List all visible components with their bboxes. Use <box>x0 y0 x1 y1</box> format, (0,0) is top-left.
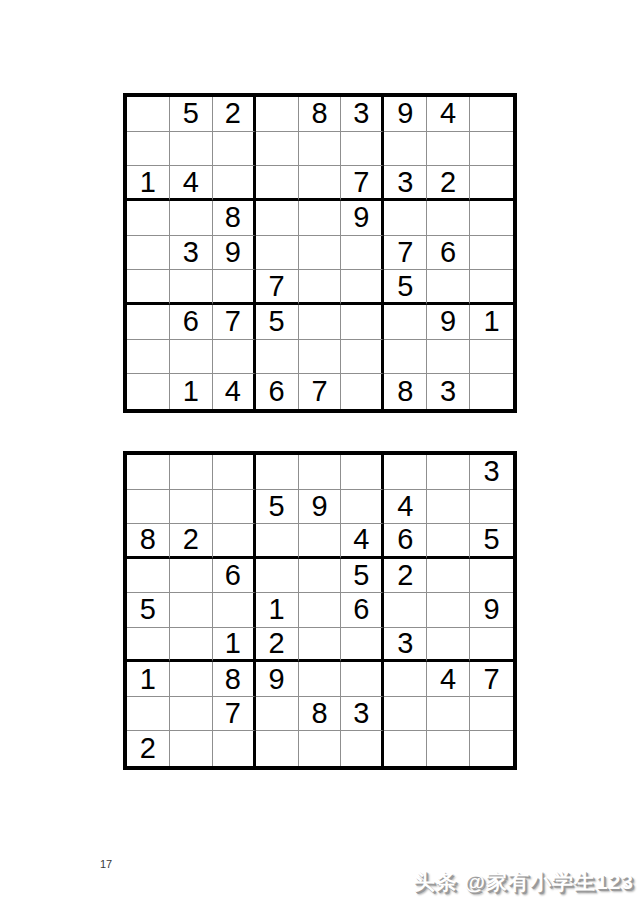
cell-r9c7 <box>384 731 427 766</box>
cell-r2c7 <box>384 132 427 167</box>
cell-r5c5 <box>299 236 342 271</box>
cell-r5c6: 6 <box>341 593 384 628</box>
cell-r1c6: 3 <box>341 97 384 132</box>
cell-r3c1: 8 <box>127 524 170 559</box>
cell-r8c7 <box>384 697 427 732</box>
cell-r5c4: 1 <box>256 593 299 628</box>
cell-r2c1 <box>127 490 170 525</box>
cell-r9c7: 8 <box>384 374 427 409</box>
cell-r4c4 <box>256 559 299 594</box>
cell-r7c2: 6 <box>170 305 213 340</box>
cell-r9c5: 7 <box>299 374 342 409</box>
cell-r8c3 <box>213 340 256 375</box>
cell-r7c5 <box>299 662 342 697</box>
cell-r7c4: 5 <box>256 305 299 340</box>
cell-r2c3 <box>213 132 256 167</box>
cell-r5c9 <box>470 236 513 271</box>
cell-r9c3: 4 <box>213 374 256 409</box>
cell-r1c3: 2 <box>213 97 256 132</box>
cell-r6c8 <box>427 628 470 663</box>
cell-r8c1 <box>127 697 170 732</box>
cell-r2c9 <box>470 490 513 525</box>
cell-r1c1 <box>127 455 170 490</box>
cell-r1c2 <box>170 455 213 490</box>
cell-r4c7 <box>384 201 427 236</box>
cell-r5c1 <box>127 236 170 271</box>
cell-r2c3 <box>213 490 256 525</box>
cell-r7c9: 7 <box>470 662 513 697</box>
cell-r8c3: 7 <box>213 697 256 732</box>
cell-r4c8 <box>427 559 470 594</box>
cell-r8c1 <box>127 340 170 375</box>
cell-r2c2 <box>170 132 213 167</box>
cell-r8c5: 8 <box>299 697 342 732</box>
cell-r8c6: 3 <box>341 697 384 732</box>
sudoku-grid-bottom: 3594824656525169123189477832 <box>123 451 517 770</box>
cell-r2c1 <box>127 132 170 167</box>
cell-r8c5 <box>299 340 342 375</box>
cell-r9c5 <box>299 731 342 766</box>
cell-r9c2 <box>170 731 213 766</box>
cell-r3c6: 4 <box>341 524 384 559</box>
cell-r4c1 <box>127 201 170 236</box>
cell-r2c7: 4 <box>384 490 427 525</box>
cell-r6c1 <box>127 270 170 305</box>
cell-r3c5 <box>299 166 342 201</box>
cell-r7c4: 9 <box>256 662 299 697</box>
cell-r3c4 <box>256 524 299 559</box>
cell-r4c2 <box>170 201 213 236</box>
cell-r3c2: 2 <box>170 524 213 559</box>
cell-r1c2: 5 <box>170 97 213 132</box>
cell-r9c8: 3 <box>427 374 470 409</box>
cell-r4c9 <box>470 559 513 594</box>
cell-r1c9 <box>470 97 513 132</box>
cell-r2c8 <box>427 132 470 167</box>
page-number: 17 <box>100 858 112 870</box>
cell-r8c8 <box>427 340 470 375</box>
sudoku-grid-top: 528394147328939767567591146783 <box>123 93 517 413</box>
cell-r2c4: 5 <box>256 490 299 525</box>
cell-r8c9 <box>470 697 513 732</box>
cell-r4c3: 6 <box>213 559 256 594</box>
cell-r2c4 <box>256 132 299 167</box>
cell-r8c4 <box>256 340 299 375</box>
cell-r5c1: 5 <box>127 593 170 628</box>
cell-r6c7: 5 <box>384 270 427 305</box>
cell-r7c8: 9 <box>427 305 470 340</box>
cell-r6c6 <box>341 270 384 305</box>
cell-r2c6 <box>341 132 384 167</box>
cell-r4c8 <box>427 201 470 236</box>
cell-r5c7 <box>384 593 427 628</box>
cell-r4c4 <box>256 201 299 236</box>
cell-r5c8: 6 <box>427 236 470 271</box>
cell-r8c8 <box>427 697 470 732</box>
cell-r5c2 <box>170 593 213 628</box>
cell-r1c1 <box>127 97 170 132</box>
cell-r2c5: 9 <box>299 490 342 525</box>
cell-r7c7 <box>384 662 427 697</box>
cell-r5c3: 9 <box>213 236 256 271</box>
cell-r7c8: 4 <box>427 662 470 697</box>
cell-r7c2 <box>170 662 213 697</box>
cell-r5c7: 7 <box>384 236 427 271</box>
cell-r2c8 <box>427 490 470 525</box>
cell-r5c8 <box>427 593 470 628</box>
cell-r2c2 <box>170 490 213 525</box>
cell-r6c5 <box>299 628 342 663</box>
cell-r7c6 <box>341 305 384 340</box>
cell-r8c2 <box>170 697 213 732</box>
cell-r9c8 <box>427 731 470 766</box>
cell-r4c1 <box>127 559 170 594</box>
cell-r6c4: 7 <box>256 270 299 305</box>
cell-r2c6 <box>341 490 384 525</box>
cell-r7c7 <box>384 305 427 340</box>
cell-r6c2 <box>170 270 213 305</box>
cell-r4c5 <box>299 201 342 236</box>
cell-r1c3 <box>213 455 256 490</box>
cell-r7c6 <box>341 662 384 697</box>
cell-r7c1 <box>127 305 170 340</box>
cell-r3c9: 5 <box>470 524 513 559</box>
cell-r3c4 <box>256 166 299 201</box>
cell-r9c4: 6 <box>256 374 299 409</box>
cell-r4c5 <box>299 559 342 594</box>
cell-r3c8: 2 <box>427 166 470 201</box>
cell-r9c3 <box>213 731 256 766</box>
cell-r5c3 <box>213 593 256 628</box>
cell-r1c5 <box>299 455 342 490</box>
cell-r5c4 <box>256 236 299 271</box>
cell-r3c5 <box>299 524 342 559</box>
cell-r6c3: 1 <box>213 628 256 663</box>
cell-r6c1 <box>127 628 170 663</box>
cell-r5c9: 9 <box>470 593 513 628</box>
cell-r9c1: 2 <box>127 731 170 766</box>
watermark: 头条 @家有小学生123 <box>414 868 634 896</box>
worksheet-page: 528394147328939767567591146783 359482465… <box>0 0 640 906</box>
cell-r9c1 <box>127 374 170 409</box>
cell-r1c4 <box>256 455 299 490</box>
cell-r8c6 <box>341 340 384 375</box>
cell-r6c7: 3 <box>384 628 427 663</box>
cell-r9c6 <box>341 731 384 766</box>
cell-r4c6: 5 <box>341 559 384 594</box>
cell-r1c7 <box>384 455 427 490</box>
cell-r9c9 <box>470 731 513 766</box>
cell-r6c8 <box>427 270 470 305</box>
cell-r6c4: 2 <box>256 628 299 663</box>
cell-r1c9: 3 <box>470 455 513 490</box>
cell-r3c1: 1 <box>127 166 170 201</box>
cell-r9c2: 1 <box>170 374 213 409</box>
cell-r1c6 <box>341 455 384 490</box>
cell-r9c4 <box>256 731 299 766</box>
cell-r8c9 <box>470 340 513 375</box>
cell-r6c2 <box>170 628 213 663</box>
cell-r3c8 <box>427 524 470 559</box>
cell-r3c3 <box>213 524 256 559</box>
cell-r3c3 <box>213 166 256 201</box>
cell-r4c9 <box>470 201 513 236</box>
cell-r1c4 <box>256 97 299 132</box>
cell-r3c7: 3 <box>384 166 427 201</box>
cell-r6c6 <box>341 628 384 663</box>
cell-r1c7: 9 <box>384 97 427 132</box>
cell-r6c3 <box>213 270 256 305</box>
cell-r8c2 <box>170 340 213 375</box>
cell-r4c7: 2 <box>384 559 427 594</box>
cell-r6c9 <box>470 628 513 663</box>
cell-r5c6 <box>341 236 384 271</box>
cell-r4c3: 8 <box>213 201 256 236</box>
cell-r2c5 <box>299 132 342 167</box>
cell-r5c2: 3 <box>170 236 213 271</box>
cell-r1c8: 4 <box>427 97 470 132</box>
cell-r7c5 <box>299 305 342 340</box>
cell-r8c4 <box>256 697 299 732</box>
cell-r8c7 <box>384 340 427 375</box>
cell-r7c9: 1 <box>470 305 513 340</box>
cell-r7c3: 8 <box>213 662 256 697</box>
cell-r2c9 <box>470 132 513 167</box>
cell-r4c6: 9 <box>341 201 384 236</box>
cell-r7c1: 1 <box>127 662 170 697</box>
cell-r3c9 <box>470 166 513 201</box>
cell-r7c3: 7 <box>213 305 256 340</box>
cell-r6c9 <box>470 270 513 305</box>
cell-r1c5: 8 <box>299 97 342 132</box>
cell-r4c2 <box>170 559 213 594</box>
cell-r3c2: 4 <box>170 166 213 201</box>
cell-r6c5 <box>299 270 342 305</box>
cell-r9c6 <box>341 374 384 409</box>
cell-r1c8 <box>427 455 470 490</box>
cell-r5c5 <box>299 593 342 628</box>
cell-r3c6: 7 <box>341 166 384 201</box>
cell-r9c9 <box>470 374 513 409</box>
cell-r3c7: 6 <box>384 524 427 559</box>
